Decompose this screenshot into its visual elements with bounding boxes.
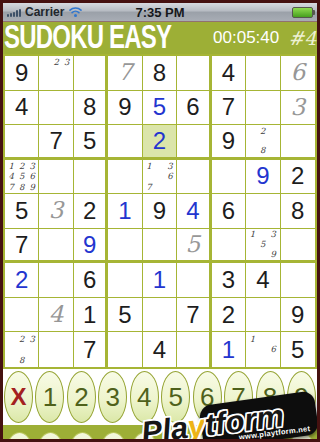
cell-value: 8: [153, 61, 166, 85]
bottom-key-7[interactable]: [193, 432, 222, 439]
cell-r7c9[interactable]: [281, 263, 315, 298]
cell-r1c8[interactable]: [246, 56, 280, 91]
cell-value: 4: [49, 303, 64, 326]
cell-r4c5[interactable]: 1367: [143, 160, 177, 195]
cell-r6c5[interactable]: [143, 229, 177, 264]
cell-r2c9[interactable]: 3: [281, 91, 315, 126]
pencil-marks: 1359: [247, 230, 278, 260]
cell-r1c9[interactable]: 6: [281, 56, 315, 91]
cell-value: 5: [291, 338, 304, 362]
cell-r9c2[interactable]: [39, 332, 73, 367]
key-6[interactable]: 6: [193, 371, 222, 423]
cell-r6c2[interactable]: [39, 229, 73, 264]
cell-r3c3[interactable]: 5: [74, 125, 108, 160]
pencil-marks: 23: [40, 57, 71, 89]
cell-r9c9[interactable]: 5: [281, 332, 315, 367]
key-4[interactable]: 4: [130, 371, 159, 423]
bottom-key-6[interactable]: [162, 432, 191, 439]
cell-r4c9[interactable]: 2: [281, 160, 315, 195]
cell-value: 1: [83, 303, 96, 327]
cell-value: 7: [118, 61, 133, 84]
cell-r2c2[interactable]: [39, 91, 73, 126]
key-7[interactable]: 7: [224, 371, 253, 423]
cell-r1c2[interactable]: 23: [39, 56, 73, 91]
iphone-screen: Carrier 7:35 PM SUDOKU EASY 00:05:40 #44…: [0, 0, 320, 442]
cell-value: 3: [49, 199, 64, 222]
pencil-marks: 1367: [144, 161, 175, 193]
number-pad: X123456789: [3, 369, 317, 425]
bottom-key-9[interactable]: [255, 432, 284, 439]
bottom-key-5[interactable]: [130, 432, 159, 439]
cell-r9c6[interactable]: [177, 332, 211, 367]
cell-r8c2[interactable]: 4: [39, 298, 73, 333]
bottom-key-3[interactable]: [68, 432, 97, 439]
cell-r8c1[interactable]: [5, 298, 39, 333]
bottom-key-1[interactable]: [5, 432, 34, 439]
cell-r5c8[interactable]: [246, 194, 280, 229]
cell-r7c3[interactable]: 6: [74, 263, 108, 298]
cell-value: 7: [15, 233, 28, 257]
cell-r5c3[interactable]: 2: [74, 194, 108, 229]
cell-value: 7: [186, 303, 199, 327]
cell-r9c4[interactable]: [108, 332, 142, 367]
key-3[interactable]: 3: [98, 371, 127, 423]
cell-value: 2: [15, 268, 28, 292]
cell-value: 1: [118, 199, 131, 223]
cell-r5c6[interactable]: 4: [177, 194, 211, 229]
pencil-marks: 16: [247, 333, 278, 366]
key-2[interactable]: 2: [67, 371, 96, 423]
key-5[interactable]: 5: [161, 371, 190, 423]
cell-r1c3[interactable]: [74, 56, 108, 91]
bottom-toolbar: [3, 425, 317, 439]
cell-r9c8[interactable]: 16: [246, 332, 280, 367]
cell-r8c4[interactable]: 5: [108, 298, 142, 333]
cell-value: 2: [222, 303, 235, 327]
key-9[interactable]: 9: [287, 371, 316, 423]
cell-r5c7[interactable]: 6: [212, 194, 246, 229]
cell-value: 5: [153, 95, 166, 119]
cell-value: 5: [15, 199, 28, 223]
cell-value: 8: [83, 95, 96, 119]
cell-r4c1[interactable]: 123456789: [5, 160, 39, 195]
cell-r1c6[interactable]: [177, 56, 211, 91]
cell-r2c1[interactable]: 4: [5, 91, 39, 126]
cell-r5c1[interactable]: 5: [5, 194, 39, 229]
bottom-key-2[interactable]: [36, 432, 65, 439]
cell-value: 1: [222, 338, 235, 362]
cell-r8c3[interactable]: 1: [74, 298, 108, 333]
cell-r5c9[interactable]: 8: [281, 194, 315, 229]
cell-r1c5[interactable]: 8: [143, 56, 177, 91]
cell-r2c5[interactable]: 5: [143, 91, 177, 126]
cell-value: 4: [186, 199, 199, 223]
cell-value: 2: [153, 129, 166, 153]
cell-value: 6: [186, 95, 199, 119]
cell-value: 9: [83, 233, 96, 257]
cell-r8c6[interactable]: 7: [177, 298, 211, 333]
cell-value: 4: [15, 95, 28, 119]
cell-r2c7[interactable]: 7: [212, 91, 246, 126]
cell-r6c3[interactable]: 9: [74, 229, 108, 264]
cell-r3c5[interactable]: 2: [143, 125, 177, 160]
cell-r2c3[interactable]: 8: [74, 91, 108, 126]
key-1[interactable]: 1: [35, 371, 64, 423]
cell-value: 8: [291, 199, 304, 223]
key-8[interactable]: 8: [256, 371, 285, 423]
cell-r6c1[interactable]: 7: [5, 229, 39, 264]
pencil-marks: 28: [247, 126, 278, 156]
cell-value: 5: [186, 233, 201, 256]
cell-r4c7[interactable]: [212, 160, 246, 195]
cell-value: 4: [153, 338, 166, 362]
cell-r3c8[interactable]: 28: [246, 125, 280, 160]
status-time: 7:35 PM: [3, 5, 317, 20]
cell-value: 9: [222, 129, 235, 153]
cell-value: 2: [291, 164, 304, 188]
key-delete[interactable]: X: [4, 371, 33, 423]
cell-r7c8[interactable]: 4: [246, 263, 280, 298]
cell-value: 6: [222, 199, 235, 223]
cell-r6c6[interactable]: 5: [177, 229, 211, 264]
cell-value: 3: [290, 96, 305, 119]
app-title: SUDOKU EASY: [4, 22, 171, 53]
cell-r6c9[interactable]: [281, 229, 315, 264]
cell-value: 3: [222, 268, 235, 292]
cell-r5c4[interactable]: 1: [108, 194, 142, 229]
cell-r3c9[interactable]: [281, 125, 315, 160]
cell-r7c4[interactable]: [108, 263, 142, 298]
cell-r4c8[interactable]: 9: [246, 160, 280, 195]
cell-r9c3[interactable]: 7: [74, 332, 108, 367]
pencil-marks: 123456789: [6, 161, 37, 193]
cell-value: 5: [118, 303, 131, 327]
cell-value: 5: [83, 129, 96, 153]
cell-value: 9: [291, 303, 304, 327]
cell-value: 6: [290, 61, 305, 84]
cell-r7c1[interactable]: 2: [5, 263, 39, 298]
cell-r7c7[interactable]: 3: [212, 263, 246, 298]
cell-value: 7: [83, 338, 96, 362]
cell-r3c2[interactable]: 7: [39, 125, 73, 160]
bottom-key-4[interactable]: [99, 432, 128, 439]
cell-r4c4[interactable]: [108, 160, 142, 195]
cell-r3c7[interactable]: 9: [212, 125, 246, 160]
battery-icon: [292, 7, 313, 18]
cell-r7c2[interactable]: [39, 263, 73, 298]
cell-value: 1: [153, 268, 166, 292]
cell-value: 7: [222, 95, 235, 119]
cell-r1c7[interactable]: 4: [212, 56, 246, 91]
cell-r8c7[interactable]: 2: [212, 298, 246, 333]
cell-value: 9: [118, 95, 131, 119]
game-timer: 00:05:40: [213, 28, 279, 48]
cell-r6c4[interactable]: [108, 229, 142, 264]
cell-r4c3[interactable]: [74, 160, 108, 195]
cell-r9c5[interactable]: 4: [143, 332, 177, 367]
pencil-marks: 238: [6, 333, 37, 366]
cell-r2c6[interactable]: 6: [177, 91, 211, 126]
cell-r8c9[interactable]: 9: [281, 298, 315, 333]
cell-r5c5[interactable]: 9: [143, 194, 177, 229]
cell-r3c1[interactable]: [5, 125, 39, 160]
cell-r9c1[interactable]: 238: [5, 332, 39, 367]
cell-r7c5[interactable]: 1: [143, 263, 177, 298]
cell-value: 7: [49, 129, 62, 153]
status-bar: Carrier 7:35 PM: [3, 3, 317, 22]
cell-value: 6: [83, 268, 96, 292]
cell-r2c4[interactable]: 9: [108, 91, 142, 126]
cell-r3c6[interactable]: [177, 125, 211, 160]
cell-r9c7[interactable]: 1: [212, 332, 246, 367]
sudoku-board: 9237846489567375292812345678913679253219…: [3, 54, 317, 369]
cell-value: 9: [153, 199, 166, 223]
cell-value: 4: [222, 61, 235, 85]
cell-r8c8[interactable]: [246, 298, 280, 333]
cell-value: 9: [256, 164, 269, 188]
cell-r4c2[interactable]: [39, 160, 73, 195]
cell-r1c1[interactable]: 9: [5, 56, 39, 91]
cell-r3c4[interactable]: [108, 125, 142, 160]
cell-r6c7[interactable]: [212, 229, 246, 264]
cell-value: 4: [256, 268, 269, 292]
app-header: SUDOKU EASY 00:05:40 #446: [3, 22, 317, 54]
bottom-key-8[interactable]: [224, 432, 253, 439]
cell-r1c4[interactable]: 7: [108, 56, 142, 91]
cell-r6c8[interactable]: 1359: [246, 229, 280, 264]
cell-value: 9: [15, 61, 28, 85]
cell-r8c5[interactable]: [143, 298, 177, 333]
cell-r4c6[interactable]: [177, 160, 211, 195]
cell-r7c6[interactable]: [177, 263, 211, 298]
bottom-key-10[interactable]: [287, 432, 316, 439]
cell-r5c2[interactable]: 3: [39, 194, 73, 229]
cell-r2c8[interactable]: [246, 91, 280, 126]
puzzle-number: #446: [288, 27, 317, 49]
cell-value: 2: [83, 199, 96, 223]
